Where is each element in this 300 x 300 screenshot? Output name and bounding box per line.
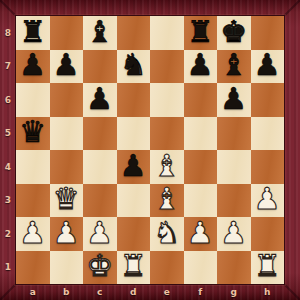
piece-black-queen: ♛ [19,117,46,147]
square-h4[interactable] [251,150,285,184]
square-g5[interactable] [217,117,251,151]
square-a7[interactable]: ♟ [16,50,50,84]
rank-label-6: 6 [0,83,16,117]
piece-black-bishop: ♝ [86,17,113,47]
square-d6[interactable] [117,83,151,117]
square-a2[interactable]: ♟ [16,217,50,251]
square-f6[interactable] [184,83,218,117]
piece-black-pawn: ♟ [220,84,247,114]
square-b7[interactable]: ♟ [50,50,84,84]
piece-white-bishop: ♝ [153,184,180,214]
square-h7[interactable]: ♟ [251,50,285,84]
rank-label-7: 7 [0,50,16,84]
piece-white-knight: ♞ [153,218,180,248]
square-f1[interactable] [184,251,218,285]
rank-label-3: 3 [0,184,16,218]
square-f5[interactable] [184,117,218,151]
square-b5[interactable] [50,117,84,151]
square-c5[interactable] [83,117,117,151]
square-e8[interactable] [150,16,184,50]
square-g1[interactable] [217,251,251,285]
square-h3[interactable]: ♟ [251,184,285,218]
piece-white-bishop: ♝ [153,151,180,181]
square-c2[interactable]: ♟ [83,217,117,251]
square-e7[interactable] [150,50,184,84]
chess-board-frame: 8 7 6 5 4 3 2 1 ♜♝♜♚♟♟♞♟♝♟♟♟♛♟♝♛♝♟♟♟♟♞♟♟… [0,0,300,300]
square-e1[interactable] [150,251,184,285]
square-d3[interactable] [117,184,151,218]
square-d1[interactable]: ♜ [117,251,151,285]
piece-white-pawn: ♟ [254,184,281,214]
rank-label-1: 1 [0,251,16,285]
piece-black-pawn: ♟ [120,151,147,181]
piece-black-rook: ♜ [19,17,46,47]
square-b6[interactable] [50,83,84,117]
file-label-e: e [150,283,184,300]
square-a1[interactable] [16,251,50,285]
square-c1[interactable]: ♚ [83,251,117,285]
square-b3[interactable]: ♛ [50,184,84,218]
frame-miter-bottom-right [282,282,300,300]
piece-white-pawn: ♟ [187,218,214,248]
rank-label-5: 5 [0,117,16,151]
file-label-g: g [217,283,251,300]
square-f4[interactable] [184,150,218,184]
piece-white-rook: ♜ [120,251,147,281]
square-a8[interactable]: ♜ [16,16,50,50]
piece-black-pawn: ♟ [86,84,113,114]
square-c3[interactable] [83,184,117,218]
file-label-d: d [117,283,151,300]
piece-white-king: ♚ [86,251,113,281]
piece-black-pawn: ♟ [254,50,281,80]
square-e2[interactable]: ♞ [150,217,184,251]
square-c6[interactable]: ♟ [83,83,117,117]
rank-label-2: 2 [0,217,16,251]
square-f8[interactable]: ♜ [184,16,218,50]
square-e3[interactable]: ♝ [150,184,184,218]
square-a5[interactable]: ♛ [16,117,50,151]
piece-black-pawn: ♟ [53,50,80,80]
square-f2[interactable]: ♟ [184,217,218,251]
file-labels: a b c d e f g h [16,283,284,300]
piece-black-knight: ♞ [120,50,147,80]
square-a4[interactable] [16,150,50,184]
square-g6[interactable]: ♟ [217,83,251,117]
piece-black-king: ♚ [220,17,247,47]
square-e5[interactable] [150,117,184,151]
piece-white-pawn: ♟ [220,218,247,248]
square-f7[interactable]: ♟ [184,50,218,84]
square-h1[interactable]: ♜ [251,251,285,285]
square-e6[interactable] [150,83,184,117]
square-f3[interactable] [184,184,218,218]
board: ♜♝♜♚♟♟♞♟♝♟♟♟♛♟♝♛♝♟♟♟♟♞♟♟♚♜♜ [16,16,284,284]
piece-black-pawn: ♟ [187,50,214,80]
square-e4[interactable]: ♝ [150,150,184,184]
square-c7[interactable] [83,50,117,84]
square-a3[interactable] [16,184,50,218]
file-label-a: a [16,283,50,300]
square-b4[interactable] [50,150,84,184]
file-label-c: c [83,283,117,300]
square-g8[interactable]: ♚ [217,16,251,50]
file-label-b: b [50,283,84,300]
piece-white-pawn: ♟ [19,218,46,248]
file-label-h: h [251,283,285,300]
rank-label-8: 8 [0,16,16,50]
square-g4[interactable] [217,150,251,184]
rank-labels: 8 7 6 5 4 3 2 1 [0,16,16,284]
square-h6[interactable] [251,83,285,117]
square-b2[interactable]: ♟ [50,217,84,251]
square-b8[interactable] [50,16,84,50]
piece-black-pawn: ♟ [19,50,46,80]
square-a6[interactable] [16,83,50,117]
square-g3[interactable] [217,184,251,218]
square-c8[interactable]: ♝ [83,16,117,50]
frame-miter-top-right [282,0,300,18]
square-d2[interactable] [117,217,151,251]
square-d7[interactable]: ♞ [117,50,151,84]
square-h5[interactable] [251,117,285,151]
piece-white-queen: ♛ [53,184,80,214]
square-d4[interactable]: ♟ [117,150,151,184]
piece-black-bishop: ♝ [220,50,247,80]
rank-label-4: 4 [0,150,16,184]
square-d8[interactable] [117,16,151,50]
piece-black-rook: ♜ [187,17,214,47]
square-g7[interactable]: ♝ [217,50,251,84]
piece-white-pawn: ♟ [53,218,80,248]
square-c4[interactable] [83,150,117,184]
piece-white-rook: ♜ [254,251,281,281]
file-label-f: f [184,283,218,300]
square-h8[interactable] [251,16,285,50]
square-b1[interactable] [50,251,84,285]
piece-white-pawn: ♟ [86,218,113,248]
square-d5[interactable] [117,117,151,151]
square-g2[interactable]: ♟ [217,217,251,251]
square-h2[interactable] [251,217,285,251]
